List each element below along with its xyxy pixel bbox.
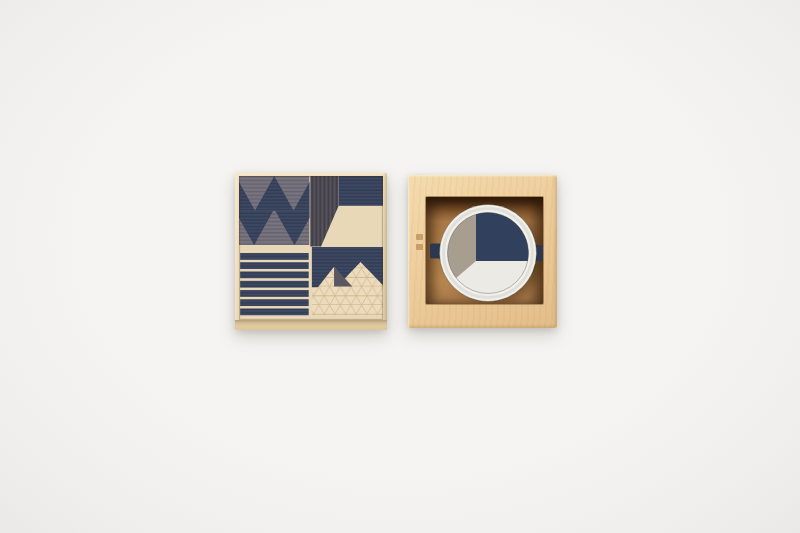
navy-block bbox=[339, 176, 383, 206]
navy-stripe bbox=[240, 271, 309, 278]
navy-stripe bbox=[240, 290, 309, 297]
finger-joint-mark bbox=[416, 244, 423, 250]
navy-stripe bbox=[240, 299, 309, 306]
navy-stripe bbox=[240, 262, 309, 269]
marquetry-lid-pattern bbox=[239, 176, 383, 320]
stripe-group bbox=[240, 253, 309, 315]
finger-joint-mark bbox=[416, 234, 423, 240]
watch-dial bbox=[426, 197, 543, 304]
navy-stripe bbox=[240, 281, 309, 288]
navy-stripe bbox=[240, 308, 309, 315]
box-interior bbox=[426, 197, 543, 304]
navy-stripe bbox=[240, 253, 309, 260]
open-box bbox=[408, 175, 557, 328]
triangle-texture-field bbox=[312, 287, 383, 315]
marquetry-box bbox=[235, 173, 387, 330]
photo-stage bbox=[0, 0, 800, 533]
box-body-edge bbox=[235, 320, 387, 330]
